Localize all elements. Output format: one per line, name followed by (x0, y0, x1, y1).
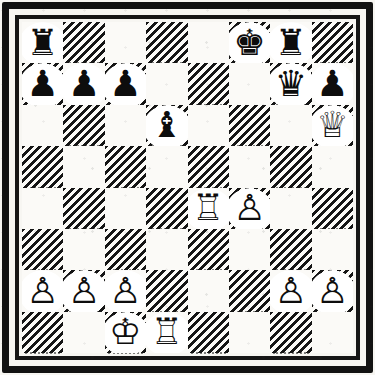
square-g1 (270, 312, 311, 353)
square-g5 (270, 146, 311, 187)
square-h7: ♟ (312, 63, 353, 104)
square-a6 (22, 105, 63, 146)
square-e3 (188, 229, 229, 270)
square-c8 (105, 22, 146, 63)
square-h8 (312, 22, 353, 63)
square-f1 (229, 312, 270, 353)
square-e1 (188, 312, 229, 353)
black-bishop-d6: ♝ (146, 105, 187, 146)
square-f2 (229, 270, 270, 311)
square-b5 (63, 146, 104, 187)
square-a4 (22, 188, 63, 229)
square-h6: ♕ (312, 105, 353, 146)
black-pawn-c7: ♟ (105, 63, 146, 104)
square-h2: ♙ (312, 270, 353, 311)
square-a1 (22, 312, 63, 353)
square-g2: ♙ (270, 270, 311, 311)
chess-board: ♜♚♜♟♟♟♛♟♝♕♖♙♙♙♙♙♙♔♖ (22, 22, 353, 353)
square-c2: ♙ (105, 270, 146, 311)
square-f5 (229, 146, 270, 187)
square-g3 (270, 229, 311, 270)
white-pawn-f4: ♙ (229, 188, 270, 229)
square-d5 (146, 146, 187, 187)
square-f4: ♙ (229, 188, 270, 229)
square-d3 (146, 229, 187, 270)
white-pawn-c2: ♙ (105, 270, 146, 311)
square-g6 (270, 105, 311, 146)
square-c6 (105, 105, 146, 146)
square-f6 (229, 105, 270, 146)
square-h1 (312, 312, 353, 353)
black-pawn-b7: ♟ (63, 63, 104, 104)
square-d2 (146, 270, 187, 311)
square-e5 (188, 146, 229, 187)
white-pawn-b2: ♙ (63, 270, 104, 311)
square-b3 (63, 229, 104, 270)
black-pawn-h7: ♟ (312, 63, 353, 104)
square-c4 (105, 188, 146, 229)
square-b2: ♙ (63, 270, 104, 311)
square-a2: ♙ (22, 270, 63, 311)
square-e4: ♖ (188, 188, 229, 229)
white-queen-h6: ♕ (312, 105, 353, 146)
square-e7 (188, 63, 229, 104)
square-e6 (188, 105, 229, 146)
white-rook-d1: ♖ (146, 312, 187, 353)
white-pawn-a2: ♙ (22, 270, 63, 311)
square-f8: ♚ (229, 22, 270, 63)
square-a8: ♜ (22, 22, 63, 63)
square-b1 (63, 312, 104, 353)
square-a7: ♟ (22, 63, 63, 104)
square-g8: ♜ (270, 22, 311, 63)
black-pawn-a7: ♟ (22, 63, 63, 104)
square-g4 (270, 188, 311, 229)
square-d8 (146, 22, 187, 63)
square-e2 (188, 270, 229, 311)
square-c7: ♟ (105, 63, 146, 104)
black-rook-g8: ♜ (270, 22, 311, 63)
square-a5 (22, 146, 63, 187)
square-d1: ♖ (146, 312, 187, 353)
black-queen-g7: ♛ (270, 63, 311, 104)
white-rook-e4: ♖ (188, 188, 229, 229)
square-a3 (22, 229, 63, 270)
square-b7: ♟ (63, 63, 104, 104)
square-g7: ♛ (270, 63, 311, 104)
white-pawn-g2: ♙ (270, 270, 311, 311)
square-c3 (105, 229, 146, 270)
white-king-c1: ♔ (105, 312, 146, 353)
scanned-chess-diagram: ♜♚♜♟♟♟♛♟♝♕♖♙♙♙♙♙♙♔♖ (0, 0, 375, 375)
square-d4 (146, 188, 187, 229)
square-b8 (63, 22, 104, 63)
square-b6 (63, 105, 104, 146)
square-e8 (188, 22, 229, 63)
square-d7 (146, 63, 187, 104)
square-f7 (229, 63, 270, 104)
black-king-f8: ♚ (229, 22, 270, 63)
square-f3 (229, 229, 270, 270)
square-h4 (312, 188, 353, 229)
square-c5 (105, 146, 146, 187)
square-b4 (63, 188, 104, 229)
white-pawn-h2: ♙ (312, 270, 353, 311)
square-h3 (312, 229, 353, 270)
square-c1: ♔ (105, 312, 146, 353)
square-d6: ♝ (146, 105, 187, 146)
square-h5 (312, 146, 353, 187)
black-rook-a8: ♜ (22, 22, 63, 63)
